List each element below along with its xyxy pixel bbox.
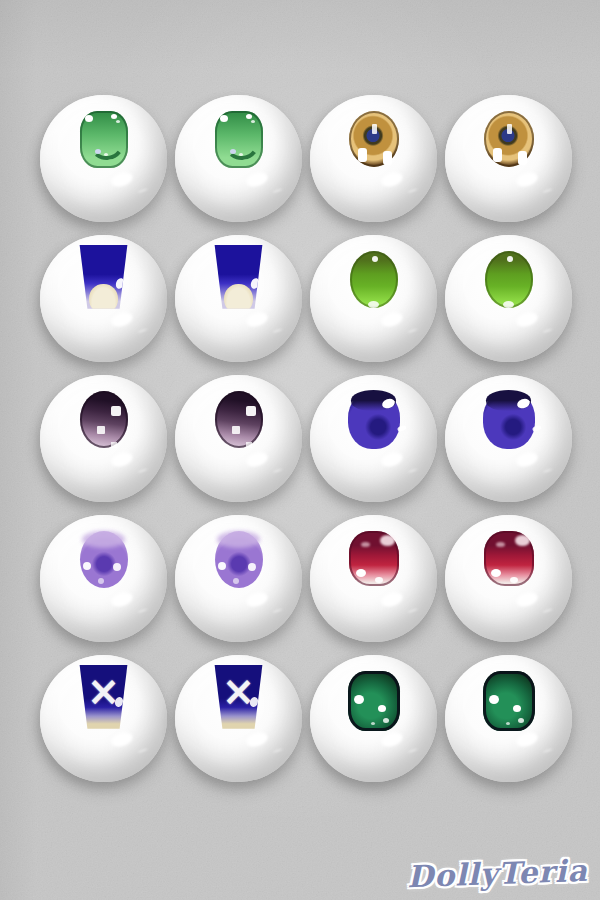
iris-lavender [80, 531, 128, 588]
iris-blue-violet [483, 391, 535, 449]
doll-eye-lavender [40, 515, 167, 642]
doll-eye-hazel [310, 95, 437, 222]
doll-eye-lavender [175, 515, 302, 642]
eye-cell-r3c2 [171, 368, 306, 508]
iris-blue-trapezoid [78, 245, 130, 309]
photo-canvas: ×× DollyTeria [0, 0, 600, 900]
eye-cell-r4c3 [306, 508, 441, 648]
iris-dark-green [348, 671, 400, 731]
iris-plum [80, 391, 128, 448]
doll-eye-green-anime [175, 95, 302, 222]
doll-eye-plum [40, 375, 167, 502]
iris-blue-trapezoid [213, 245, 265, 309]
iris-blue-violet [348, 391, 400, 449]
eye-cell-r1c2 [171, 88, 306, 228]
iris-hazel [484, 111, 534, 167]
doll-eye-blue-trapezoid [175, 235, 302, 362]
doll-eye-crimson [310, 515, 437, 642]
iris-crimson [484, 531, 534, 586]
iris-crimson [349, 531, 399, 586]
x-mark: × [78, 665, 130, 729]
iris-navy-x: × [78, 665, 130, 729]
eye-cell-r1c1 [36, 88, 171, 228]
doll-eye-plum [175, 375, 302, 502]
x-mark: × [213, 665, 265, 729]
doll-eye-navy-x: × [40, 655, 167, 782]
iris-green-oval [485, 251, 533, 308]
doll-eye-blue-trapezoid [40, 235, 167, 362]
eye-cell-r1c3 [306, 88, 441, 228]
eye-cell-r2c1 [36, 228, 171, 368]
iris-hazel [349, 111, 399, 167]
iris-green-oval [350, 251, 398, 308]
doll-eye-dark-green [445, 655, 572, 782]
iris-green-anime [80, 111, 128, 168]
eye-cell-r4c1 [36, 508, 171, 648]
eye-cell-r5c2: × [171, 648, 306, 788]
watermark-dollyteria: DollyTeria [407, 853, 589, 894]
eye-cell-r5c1: × [36, 648, 171, 788]
doll-eye-green-oval [310, 235, 437, 362]
doll-eye-navy-x: × [175, 655, 302, 782]
doll-eye-grid: ×× [36, 88, 576, 788]
eye-cell-r2c4 [441, 228, 576, 368]
doll-eye-green-oval [445, 235, 572, 362]
doll-eye-crimson [445, 515, 572, 642]
eye-cell-r3c3 [306, 368, 441, 508]
eye-cell-r5c3 [306, 648, 441, 788]
iris-plum [215, 391, 263, 448]
doll-eye-green-anime [40, 95, 167, 222]
eye-cell-r4c4 [441, 508, 576, 648]
eye-cell-r2c2 [171, 228, 306, 368]
eye-cell-r3c1 [36, 368, 171, 508]
eye-cell-r2c3 [306, 228, 441, 368]
doll-eye-dark-green [310, 655, 437, 782]
eye-cell-r1c4 [441, 88, 576, 228]
eye-cell-r5c4 [441, 648, 576, 788]
doll-eye-hazel [445, 95, 572, 222]
iris-green-anime [215, 111, 263, 168]
doll-eye-blue-violet [445, 375, 572, 502]
eye-cell-r3c4 [441, 368, 576, 508]
iris-dark-green [483, 671, 535, 731]
doll-eye-blue-violet [310, 375, 437, 502]
iris-navy-x: × [213, 665, 265, 729]
eye-cell-r4c2 [171, 508, 306, 648]
iris-lavender [215, 531, 263, 588]
